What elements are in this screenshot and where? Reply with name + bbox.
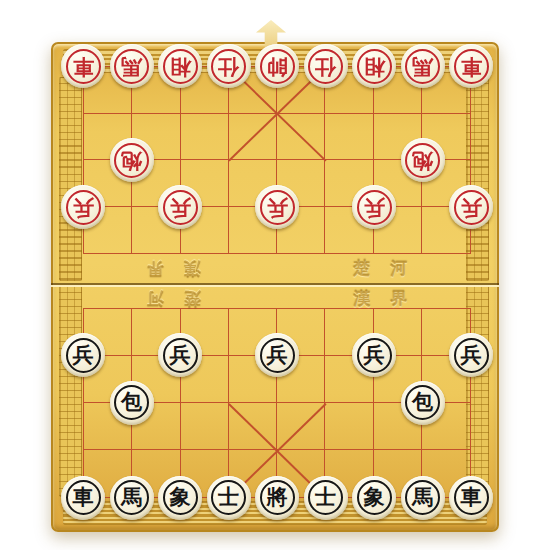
piece-character: 兵 (267, 197, 288, 218)
piece-character: 馬 (412, 487, 433, 508)
piece-black-soldier[interactable]: 兵 (352, 333, 396, 377)
piece-red-elephant[interactable]: 相 (352, 44, 396, 88)
piece-character: 兵 (73, 197, 94, 218)
piece-red-advisor[interactable]: 仕 (207, 44, 251, 88)
piece-character: 將 (267, 487, 288, 508)
piece-character: 帥 (267, 56, 288, 77)
piece-black-horse[interactable]: 馬 (401, 476, 445, 520)
piece-character: 馬 (412, 56, 433, 77)
piece-character: 兵 (267, 345, 288, 366)
piece-red-soldier[interactable]: 兵 (61, 185, 105, 229)
piece-black-soldier[interactable]: 兵 (255, 333, 299, 377)
piece-character: 相 (170, 56, 191, 77)
piece-character: 象 (364, 487, 385, 508)
piece-red-soldier[interactable]: 兵 (352, 185, 396, 229)
piece-red-chariot[interactable]: 車 (61, 44, 105, 88)
piece-character: 包 (412, 392, 433, 413)
piece-red-cannon[interactable]: 炮 (401, 138, 445, 182)
piece-black-general[interactable]: 將 (255, 476, 299, 520)
piece-red-soldier[interactable]: 兵 (449, 185, 493, 229)
piece-black-soldier[interactable]: 兵 (61, 333, 105, 377)
piece-character: 兵 (73, 345, 94, 366)
piece-character: 車 (73, 487, 94, 508)
piece-character: 車 (73, 56, 94, 77)
piece-character: 兵 (461, 345, 482, 366)
piece-red-cannon[interactable]: 炮 (110, 138, 154, 182)
piece-character: 仕 (315, 56, 336, 77)
piece-character: 象 (170, 487, 191, 508)
piece-black-soldier[interactable]: 兵 (158, 333, 202, 377)
piece-red-soldier[interactable]: 兵 (255, 185, 299, 229)
piece-black-elephant[interactable]: 象 (158, 476, 202, 520)
piece-black-chariot[interactable]: 車 (61, 476, 105, 520)
xiangqi-board: 漢界 楚河 楚河 漢界 車馬相仕帥仕相馬車炮炮兵兵兵兵兵兵兵兵兵兵包包車馬象士將… (51, 42, 499, 532)
screenshot-stage: 漢界 楚河 楚河 漢界 車馬相仕帥仕相馬車炮炮兵兵兵兵兵兵兵兵兵兵包包車馬象士將… (0, 0, 550, 550)
piece-character: 仕 (218, 56, 239, 77)
piece-black-advisor[interactable]: 士 (304, 476, 348, 520)
piece-black-elephant[interactable]: 象 (352, 476, 396, 520)
piece-red-horse[interactable]: 馬 (110, 44, 154, 88)
piece-character: 士 (218, 487, 239, 508)
piece-black-horse[interactable]: 馬 (110, 476, 154, 520)
piece-character: 兵 (170, 197, 191, 218)
piece-character: 相 (364, 56, 385, 77)
piece-red-soldier[interactable]: 兵 (158, 185, 202, 229)
piece-character: 兵 (364, 197, 385, 218)
piece-red-horse[interactable]: 馬 (401, 44, 445, 88)
piece-black-advisor[interactable]: 士 (207, 476, 251, 520)
piece-red-chariot[interactable]: 車 (449, 44, 493, 88)
piece-red-advisor[interactable]: 仕 (304, 44, 348, 88)
piece-character: 兵 (364, 345, 385, 366)
piece-red-elephant[interactable]: 相 (158, 44, 202, 88)
piece-character: 士 (315, 487, 336, 508)
piece-character: 炮 (412, 150, 433, 171)
piece-character: 炮 (121, 150, 142, 171)
piece-black-soldier[interactable]: 兵 (449, 333, 493, 377)
piece-character: 車 (461, 56, 482, 77)
piece-character: 兵 (170, 345, 191, 366)
piece-black-cannon[interactable]: 包 (401, 381, 445, 425)
pieces-layer: 車馬相仕帥仕相馬車炮炮兵兵兵兵兵兵兵兵兵兵包包車馬象士將士象馬車 (53, 44, 497, 530)
fold-latch-arrow-icon[interactable] (256, 20, 286, 47)
piece-character: 包 (121, 392, 142, 413)
piece-character: 車 (461, 487, 482, 508)
piece-black-chariot[interactable]: 車 (449, 476, 493, 520)
piece-character: 馬 (121, 56, 142, 77)
piece-character: 馬 (121, 487, 142, 508)
piece-red-general[interactable]: 帥 (255, 44, 299, 88)
piece-black-cannon[interactable]: 包 (110, 381, 154, 425)
piece-character: 兵 (461, 197, 482, 218)
